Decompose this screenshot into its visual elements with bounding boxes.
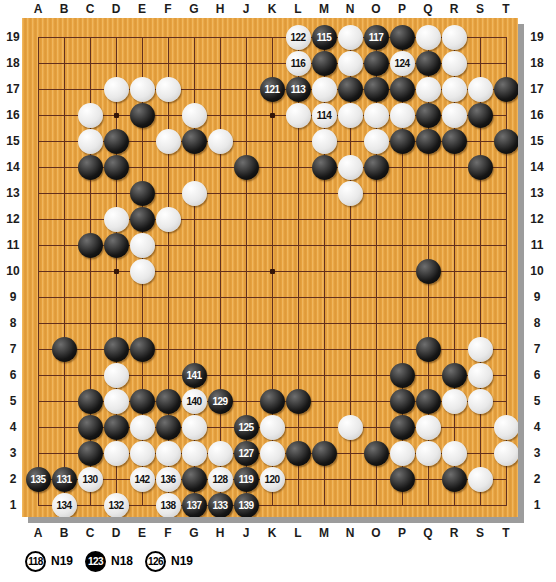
stone-F4 <box>156 415 181 440</box>
stone-J2: 119 <box>234 467 259 492</box>
stone-E3 <box>130 441 155 466</box>
coord-letter-bottom: D <box>112 526 121 540</box>
stone-P5 <box>390 389 415 414</box>
stone-P4 <box>390 415 415 440</box>
stone-S16 <box>468 103 493 128</box>
coord-letter-bottom: B <box>60 526 69 540</box>
coord-number-right: 5 <box>534 394 541 408</box>
stone-Q10 <box>416 259 441 284</box>
coord-number-left: 18 <box>6 56 19 70</box>
coord-letter-top: F <box>164 2 171 16</box>
stone-S6 <box>468 363 493 388</box>
stone-Q5 <box>416 389 441 414</box>
stone-P17 <box>390 77 415 102</box>
legend-stone-123: 123 <box>85 551 106 572</box>
coord-number-right: 8 <box>534 316 541 330</box>
stone-H5: 129 <box>208 389 233 414</box>
coord-number-left: 5 <box>10 394 17 408</box>
coord-letter-top: L <box>294 2 301 16</box>
stone-P18: 124 <box>390 51 415 76</box>
stone-E7 <box>130 337 155 362</box>
stone-M18 <box>312 51 337 76</box>
coord-letter-bottom: P <box>398 526 406 540</box>
coord-number-right: 4 <box>534 420 541 434</box>
stone-C2: 130 <box>78 467 103 492</box>
coord-letter-bottom: T <box>502 526 509 540</box>
stone-G3 <box>182 441 207 466</box>
stone-N14 <box>338 155 363 180</box>
board-shadow-right <box>518 24 524 523</box>
stone-G15 <box>182 129 207 154</box>
stone-Q19 <box>416 25 441 50</box>
stone-P15 <box>390 129 415 154</box>
stone-D1: 132 <box>104 493 129 518</box>
stone-G5: 140 <box>182 389 207 414</box>
coord-letter-bottom: L <box>294 526 301 540</box>
coord-letter-bottom: A <box>34 526 43 540</box>
coord-letter-top: M <box>319 2 329 16</box>
stone-C11 <box>78 233 103 258</box>
stone-B1: 134 <box>52 493 77 518</box>
coord-letter-bottom: J <box>243 526 250 540</box>
stone-K17: 121 <box>260 77 285 102</box>
stone-F1: 138 <box>156 493 181 518</box>
coord-letter-bottom: K <box>268 526 277 540</box>
stone-R19 <box>442 25 467 50</box>
legend-stone-118: 118 <box>25 551 46 572</box>
stone-S5 <box>468 389 493 414</box>
star-point <box>114 269 119 274</box>
stone-C15 <box>78 129 103 154</box>
stone-A2: 135 <box>26 467 51 492</box>
stone-J14 <box>234 155 259 180</box>
coord-number-left: 4 <box>10 420 17 434</box>
move-legend: 118 N19 123 N18 126 N19 <box>25 549 205 573</box>
stone-R16 <box>442 103 467 128</box>
coord-number-right: 11 <box>531 238 544 252</box>
coord-letter-top: N <box>346 2 355 16</box>
stone-E10 <box>130 259 155 284</box>
stone-E11 <box>130 233 155 258</box>
coord-letter-top: G <box>189 2 198 16</box>
stone-S17 <box>468 77 493 102</box>
stone-M16: 114 <box>312 103 337 128</box>
coord-number-left: 11 <box>7 238 20 252</box>
coord-number-left: 2 <box>10 472 17 486</box>
coord-letter-bottom: S <box>476 526 484 540</box>
stone-H2: 128 <box>208 467 233 492</box>
stone-T4 <box>494 415 519 440</box>
stone-O15 <box>364 129 389 154</box>
stone-P19 <box>390 25 415 50</box>
stone-E17 <box>130 77 155 102</box>
stone-L3 <box>286 441 311 466</box>
stone-F2: 136 <box>156 467 181 492</box>
stone-N16 <box>338 103 363 128</box>
stone-L18: 116 <box>286 51 311 76</box>
coord-number-right: 19 <box>530 30 543 44</box>
stone-S7 <box>468 337 493 362</box>
coord-number-left: 12 <box>6 212 19 226</box>
coord-number-right: 2 <box>534 472 541 486</box>
coord-letter-top: S <box>476 2 484 16</box>
coord-letter-bottom: O <box>371 526 380 540</box>
stone-G1: 137 <box>182 493 207 518</box>
legend-stone-126: 126 <box>145 551 166 572</box>
stone-B2: 131 <box>52 467 77 492</box>
stone-E13 <box>130 181 155 206</box>
grid-line-horizontal <box>38 297 507 298</box>
coord-letter-bottom: C <box>86 526 95 540</box>
stone-T3 <box>494 441 519 466</box>
coord-number-left: 7 <box>10 342 17 356</box>
stone-D5 <box>104 389 129 414</box>
stone-Q15 <box>416 129 441 154</box>
stone-D6 <box>104 363 129 388</box>
legend-point-123: N18 <box>111 554 133 568</box>
coord-number-right: 7 <box>534 342 541 356</box>
coord-letter-bottom: Q <box>423 526 432 540</box>
coord-letter-top: P <box>398 2 406 16</box>
coord-letter-top: T <box>502 2 509 16</box>
stone-O17 <box>364 77 389 102</box>
stone-P3 <box>390 441 415 466</box>
stone-Q16 <box>416 103 441 128</box>
stone-T15 <box>494 129 519 154</box>
stone-N18 <box>338 51 363 76</box>
go-board: 1221151171161241211131141411401291251271… <box>22 18 518 517</box>
stone-C14 <box>78 155 103 180</box>
coord-number-left: 9 <box>10 290 17 304</box>
go-diagram: 1221151171161241211131141411401291251271… <box>0 0 556 582</box>
coord-letter-top: E <box>138 2 146 16</box>
coord-number-right: 14 <box>530 160 543 174</box>
stone-M14 <box>312 155 337 180</box>
coord-letter-top: O <box>371 2 380 16</box>
coord-number-left: 8 <box>10 316 17 330</box>
coord-number-right: 1 <box>534 498 541 512</box>
coord-number-right: 3 <box>534 446 541 460</box>
coord-letter-bottom: N <box>346 526 355 540</box>
coord-letter-bottom: F <box>164 526 171 540</box>
stone-M19: 115 <box>312 25 337 50</box>
stone-P16 <box>390 103 415 128</box>
stone-C4 <box>78 415 103 440</box>
stone-D3 <box>104 441 129 466</box>
coord-number-left: 3 <box>10 446 17 460</box>
stone-R17 <box>442 77 467 102</box>
star-point <box>270 113 275 118</box>
coord-number-right: 13 <box>530 186 543 200</box>
coord-letter-top: A <box>34 2 43 16</box>
stone-R15 <box>442 129 467 154</box>
stone-P2 <box>390 467 415 492</box>
stone-D15 <box>104 129 129 154</box>
stone-Q7 <box>416 337 441 362</box>
stone-L19: 122 <box>286 25 311 50</box>
star-point <box>114 113 119 118</box>
star-point <box>270 269 275 274</box>
coord-letter-top: D <box>112 2 121 16</box>
coord-letter-bottom: G <box>189 526 198 540</box>
stone-D12 <box>104 207 129 232</box>
stone-G16 <box>182 103 207 128</box>
stone-K2: 120 <box>260 467 285 492</box>
stone-M3 <box>312 441 337 466</box>
coord-number-right: 12 <box>530 212 543 226</box>
stone-E4 <box>130 415 155 440</box>
stone-C5 <box>78 389 103 414</box>
coord-letter-top: H <box>216 2 225 16</box>
stone-M17 <box>312 77 337 102</box>
stone-O14 <box>364 155 389 180</box>
coord-letter-top: B <box>60 2 69 16</box>
coord-number-right: 18 <box>530 56 543 70</box>
stone-T17 <box>494 77 519 102</box>
stone-B7 <box>52 337 77 362</box>
coord-letter-bottom: R <box>450 526 459 540</box>
legend-point-126: N19 <box>171 554 193 568</box>
stone-G6: 141 <box>182 363 207 388</box>
stone-E2: 142 <box>130 467 155 492</box>
coord-number-left: 17 <box>6 82 19 96</box>
stone-Q3 <box>416 441 441 466</box>
stone-J4: 125 <box>234 415 259 440</box>
stone-F12 <box>156 207 181 232</box>
coord-number-left: 19 <box>6 30 19 44</box>
stone-G2 <box>182 467 207 492</box>
board-shadow-bottom <box>28 517 524 523</box>
stone-N19 <box>338 25 363 50</box>
stone-N17 <box>338 77 363 102</box>
stone-R6 <box>442 363 467 388</box>
stone-R3 <box>442 441 467 466</box>
stone-Q17 <box>416 77 441 102</box>
stone-D7 <box>104 337 129 362</box>
stone-O19: 117 <box>364 25 389 50</box>
coord-letter-top: K <box>268 2 277 16</box>
stone-D14 <box>104 155 129 180</box>
grid-line-horizontal <box>38 323 507 324</box>
stone-J3: 127 <box>234 441 259 466</box>
stone-N13 <box>338 181 363 206</box>
stone-L17: 113 <box>286 77 311 102</box>
stone-K3 <box>260 441 285 466</box>
coord-letter-top: R <box>450 2 459 16</box>
coord-letter-bottom: E <box>138 526 146 540</box>
coord-number-right: 17 <box>530 82 543 96</box>
stone-G13 <box>182 181 207 206</box>
stone-R18 <box>442 51 467 76</box>
coord-number-left: 1 <box>10 498 17 512</box>
stone-H1: 133 <box>208 493 233 518</box>
stone-C16 <box>78 103 103 128</box>
stone-F15 <box>156 129 181 154</box>
coord-number-left: 16 <box>6 108 19 122</box>
coord-letter-bottom: H <box>216 526 225 540</box>
stone-K4 <box>260 415 285 440</box>
stone-G4 <box>182 415 207 440</box>
stone-E16 <box>130 103 155 128</box>
stone-D11 <box>104 233 129 258</box>
stone-Q4 <box>416 415 441 440</box>
coord-number-left: 6 <box>10 368 17 382</box>
stone-E12 <box>130 207 155 232</box>
stone-O18 <box>364 51 389 76</box>
stone-R2 <box>442 467 467 492</box>
stone-S14 <box>468 155 493 180</box>
stone-P6 <box>390 363 415 388</box>
stone-D4 <box>104 415 129 440</box>
coord-number-right: 9 <box>534 290 541 304</box>
coord-number-right: 10 <box>530 264 543 278</box>
stone-R5 <box>442 389 467 414</box>
stone-H15 <box>208 129 233 154</box>
coord-number-left: 15 <box>6 134 19 148</box>
coord-number-left: 13 <box>6 186 19 200</box>
stone-H3 <box>208 441 233 466</box>
stone-J1: 139 <box>234 493 259 518</box>
stone-L16 <box>286 103 311 128</box>
stone-C3 <box>78 441 103 466</box>
coord-letter-top: C <box>86 2 95 16</box>
stone-L5 <box>286 389 311 414</box>
stone-F5 <box>156 389 181 414</box>
stone-S2 <box>468 467 493 492</box>
coord-number-right: 6 <box>534 368 541 382</box>
stone-D17 <box>104 77 129 102</box>
coord-letter-top: J <box>243 2 250 16</box>
coord-number-right: 15 <box>530 134 543 148</box>
stone-O3 <box>364 441 389 466</box>
stone-Q18 <box>416 51 441 76</box>
stone-O16 <box>364 103 389 128</box>
stone-F17 <box>156 77 181 102</box>
stone-M15 <box>312 129 337 154</box>
stone-E5 <box>130 389 155 414</box>
stone-K5 <box>260 389 285 414</box>
stone-F3 <box>156 441 181 466</box>
coord-number-left: 10 <box>6 264 19 278</box>
stone-N4 <box>338 415 363 440</box>
coord-letter-top: Q <box>423 2 432 16</box>
coord-number-right: 16 <box>530 108 543 122</box>
coord-number-left: 14 <box>6 160 19 174</box>
legend-point-118: N19 <box>51 554 73 568</box>
coord-letter-bottom: M <box>319 526 329 540</box>
